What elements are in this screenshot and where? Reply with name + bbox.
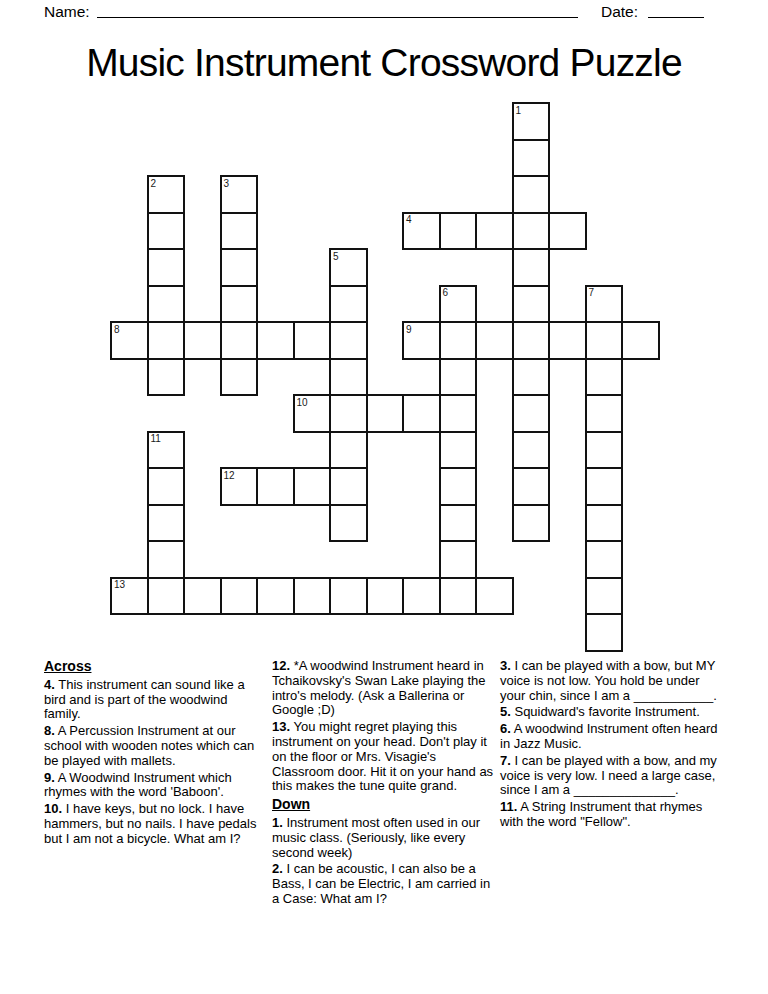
crossword-cell-r10c6[interactable] bbox=[329, 467, 368, 506]
down-heading: Down bbox=[272, 797, 494, 812]
crossword-cell-r7c6[interactable] bbox=[329, 358, 368, 397]
cell-number-7: 7 bbox=[589, 288, 595, 298]
crossword-grid: 12345678910111213 bbox=[110, 102, 660, 652]
clue-1: 1. Instrument most often used in our mus… bbox=[272, 816, 494, 860]
clue-6: 6. A woodwind Instrument often heard in … bbox=[500, 722, 726, 752]
crossword-cell-r4c3[interactable] bbox=[220, 248, 259, 287]
crossword-cell-r10c9[interactable] bbox=[439, 467, 478, 506]
clue-3: 3. I can be played with a bow, but MY vo… bbox=[500, 659, 726, 703]
cell-number-1: 1 bbox=[516, 106, 522, 116]
crossword-cell-r5c6[interactable] bbox=[329, 285, 368, 324]
crossword-cell-r5c3[interactable] bbox=[220, 285, 259, 324]
crossword-cell-r12c9[interactable] bbox=[439, 540, 478, 579]
cell-number-8: 8 bbox=[114, 325, 120, 335]
crossword-cell-r6c14[interactable] bbox=[621, 321, 660, 360]
crossword-cell-r6c13[interactable] bbox=[585, 321, 624, 360]
crossword-cell-r4c1[interactable] bbox=[147, 248, 186, 287]
clue-column-1: Across4. This instrument can sound like … bbox=[44, 659, 262, 849]
crossword-cell-r6c2[interactable] bbox=[183, 321, 222, 360]
crossword-cell-r3c12[interactable] bbox=[548, 212, 587, 251]
across-heading: Across bbox=[44, 659, 262, 674]
crossword-cell-r14c13[interactable] bbox=[585, 613, 624, 652]
crossword-cell-r2c11[interactable] bbox=[512, 175, 551, 214]
name-label: Name: bbox=[44, 3, 90, 21]
crossword-cell-r5c1[interactable] bbox=[147, 285, 186, 324]
crossword-cell-r8c8[interactable] bbox=[402, 394, 441, 433]
crossword-cell-r10c11[interactable] bbox=[512, 467, 551, 506]
clue-4: 4. This instrument can sound like a bird… bbox=[44, 678, 262, 722]
crossword-cell-r13c6[interactable] bbox=[329, 577, 368, 616]
crossword-cell-r6c9[interactable] bbox=[439, 321, 478, 360]
crossword-cell-r13c5[interactable] bbox=[293, 577, 332, 616]
crossword-cell-r8c13[interactable] bbox=[585, 394, 624, 433]
crossword-cell-r13c4[interactable] bbox=[256, 577, 295, 616]
crossword-cell-r6c12[interactable] bbox=[548, 321, 587, 360]
crossword-cell-r3c1[interactable] bbox=[147, 212, 186, 251]
crossword-cell-r11c6[interactable] bbox=[329, 504, 368, 543]
crossword-cell-r6c10[interactable] bbox=[475, 321, 514, 360]
crossword-cell-r13c7[interactable] bbox=[366, 577, 405, 616]
crossword-cell-r13c13[interactable] bbox=[585, 577, 624, 616]
crossword-cell-r7c13[interactable] bbox=[585, 358, 624, 397]
crossword-cell-r13c10[interactable] bbox=[475, 577, 514, 616]
crossword-cell-r12c13[interactable] bbox=[585, 540, 624, 579]
date-blank-line bbox=[648, 2, 704, 18]
crossword-cell-r13c9[interactable] bbox=[439, 577, 478, 616]
cell-number-4: 4 bbox=[406, 215, 412, 225]
clue-8: 8. A Percussion Instrument at our school… bbox=[44, 724, 262, 768]
clue-9: 9. A Woodwind Instrument which rhymes wi… bbox=[44, 771, 262, 801]
crossword-cell-r10c13[interactable] bbox=[585, 467, 624, 506]
clue-5: 5. Squidward's favorite Instrument. bbox=[500, 705, 726, 720]
crossword-cell-r7c9[interactable] bbox=[439, 358, 478, 397]
date-label: Date: bbox=[601, 3, 638, 21]
crossword-cell-r9c9[interactable] bbox=[439, 431, 478, 470]
clue-column-3: 3. I can be played with a bow, but MY vo… bbox=[500, 659, 726, 832]
cell-number-12: 12 bbox=[224, 471, 235, 481]
crossword-cell-r8c6[interactable] bbox=[329, 394, 368, 433]
cell-number-11: 11 bbox=[151, 434, 161, 444]
crossword-cell-r12c1[interactable] bbox=[147, 540, 186, 579]
crossword-cell-r6c1[interactable] bbox=[147, 321, 186, 360]
clue-13: 13. You might regret playing this instru… bbox=[272, 720, 494, 794]
crossword-cell-r6c3[interactable] bbox=[220, 321, 259, 360]
cell-number-6: 6 bbox=[443, 288, 449, 298]
cell-number-13: 13 bbox=[114, 580, 125, 590]
crossword-cell-r8c9[interactable] bbox=[439, 394, 478, 433]
crossword-cell-r6c5[interactable] bbox=[293, 321, 332, 360]
crossword-cell-r9c13[interactable] bbox=[585, 431, 624, 470]
clue-10: 10. I have keys, but no lock. I have ham… bbox=[44, 802, 262, 846]
crossword-cell-r1c11[interactable] bbox=[512, 139, 551, 178]
crossword-cell-r7c3[interactable] bbox=[220, 358, 259, 397]
crossword-cell-r10c4[interactable] bbox=[256, 467, 295, 506]
clue-12: 12. *A woodwind Instrument heard in Tcha… bbox=[272, 659, 494, 718]
crossword-cell-r6c4[interactable] bbox=[256, 321, 295, 360]
clue-7: 7. I can be played with a bow, and my vo… bbox=[500, 754, 726, 798]
cell-number-2: 2 bbox=[151, 179, 157, 189]
crossword-cell-r8c7[interactable] bbox=[366, 394, 405, 433]
crossword-cell-r5c11[interactable] bbox=[512, 285, 551, 324]
crossword-cell-r6c11[interactable] bbox=[512, 321, 551, 360]
cell-number-10: 10 bbox=[297, 398, 308, 408]
crossword-cell-r3c9[interactable] bbox=[439, 212, 478, 251]
crossword-cell-r11c1[interactable] bbox=[147, 504, 186, 543]
clue-11: 11. A String Instrument that rhymes with… bbox=[500, 800, 726, 830]
crossword-cell-r3c11[interactable] bbox=[512, 212, 551, 251]
clue-2: 2. I can be acoustic, I can also be a Ba… bbox=[272, 862, 494, 906]
worksheet-page: Name: Date: Music Instrument Crossword P… bbox=[0, 0, 768, 994]
crossword-cell-r13c3[interactable] bbox=[220, 577, 259, 616]
crossword-cell-r7c11[interactable] bbox=[512, 358, 551, 397]
cell-number-9: 9 bbox=[406, 325, 412, 335]
crossword-cell-r4c11[interactable] bbox=[512, 248, 551, 287]
cell-number-5: 5 bbox=[333, 252, 339, 262]
crossword-cell-r11c9[interactable] bbox=[439, 504, 478, 543]
crossword-cell-r3c3[interactable] bbox=[220, 212, 259, 251]
crossword-cell-r3c10[interactable] bbox=[475, 212, 514, 251]
crossword-cell-r7c1[interactable] bbox=[147, 358, 186, 397]
crossword-cell-r13c1[interactable] bbox=[147, 577, 186, 616]
crossword-cell-r13c2[interactable] bbox=[183, 577, 222, 616]
crossword-cell-r11c13[interactable] bbox=[585, 504, 624, 543]
crossword-cell-r10c5[interactable] bbox=[293, 467, 332, 506]
crossword-cell-r6c6[interactable] bbox=[329, 321, 368, 360]
name-blank-line bbox=[97, 2, 578, 18]
crossword-cell-r10c1[interactable] bbox=[147, 467, 186, 506]
crossword-cell-r11c11[interactable] bbox=[512, 504, 551, 543]
worksheet-title: Music Instrument Crossword Puzzle bbox=[0, 41, 768, 85]
clue-column-2: 12. *A woodwind Instrument heard in Tcha… bbox=[272, 659, 494, 909]
crossword-cell-r13c8[interactable] bbox=[402, 577, 441, 616]
crossword-cell-r9c11[interactable] bbox=[512, 431, 551, 470]
cell-number-3: 3 bbox=[224, 179, 230, 189]
crossword-cell-r9c6[interactable] bbox=[329, 431, 368, 470]
crossword-cell-r8c11[interactable] bbox=[512, 394, 551, 433]
